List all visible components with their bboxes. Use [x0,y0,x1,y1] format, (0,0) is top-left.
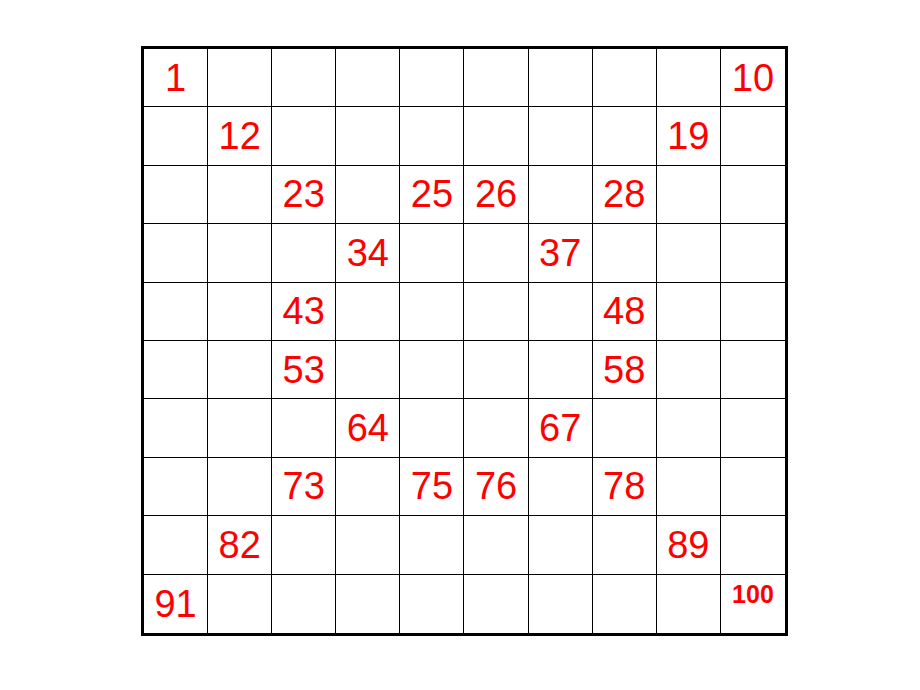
cell-r5c5 [400,283,464,341]
cell-r10c1: 91 [144,575,208,633]
cell-r9c3 [272,516,336,574]
cell-r1c1: 1 [144,49,208,107]
cell-r8c5: 75 [400,458,464,516]
cell-r8c2 [208,458,272,516]
cell-r2c7 [529,107,593,165]
cell-r3c10 [721,166,785,224]
cell-r4c5 [400,224,464,282]
cell-r3c7 [529,166,593,224]
cell-r4c6 [464,224,528,282]
cell-r2c10 [721,107,785,165]
cell-r6c5 [400,341,464,399]
cell-r5c10 [721,283,785,341]
cell-r5c9 [657,283,721,341]
cell-r10c9 [657,575,721,633]
cell-r5c3: 43 [272,283,336,341]
cell-r4c9 [657,224,721,282]
cell-r3c8: 28 [593,166,657,224]
cell-r5c1 [144,283,208,341]
cell-r7c6 [464,399,528,457]
cell-r10c6 [464,575,528,633]
cell-r3c1 [144,166,208,224]
page: 1101219232526283437434853586467737576788… [0,0,920,690]
cell-r9c5 [400,516,464,574]
cell-r2c9: 19 [657,107,721,165]
cell-r9c1 [144,516,208,574]
cell-r10c8 [593,575,657,633]
cell-r1c3 [272,49,336,107]
cell-r4c1 [144,224,208,282]
cell-r9c2: 82 [208,516,272,574]
cell-r9c8 [593,516,657,574]
cell-r7c3 [272,399,336,457]
cell-r9c7 [529,516,593,574]
cell-r1c5 [400,49,464,107]
cell-r7c8 [593,399,657,457]
cell-r10c3 [272,575,336,633]
board: 1101219232526283437434853586467737576788… [141,46,788,636]
cell-r3c2 [208,166,272,224]
cell-r1c7 [529,49,593,107]
cell-r6c10 [721,341,785,399]
cell-r5c8: 48 [593,283,657,341]
cell-r10c4 [336,575,400,633]
cell-r8c7 [529,458,593,516]
cell-r8c8: 78 [593,458,657,516]
cell-r2c4 [336,107,400,165]
cell-r2c8 [593,107,657,165]
cell-r2c5 [400,107,464,165]
cell-r4c7: 37 [529,224,593,282]
cell-r10c5 [400,575,464,633]
cell-r1c10: 10 [721,49,785,107]
cell-r1c2 [208,49,272,107]
cell-r1c4 [336,49,400,107]
cell-r7c4: 64 [336,399,400,457]
cell-r5c7 [529,283,593,341]
cell-r7c7: 67 [529,399,593,457]
cell-r10c10: 100 [721,566,785,624]
cell-r4c4: 34 [336,224,400,282]
cell-r3c5: 25 [400,166,464,224]
cell-r7c1 [144,399,208,457]
cell-r9c9: 89 [657,516,721,574]
cell-r3c9 [657,166,721,224]
cell-r1c8 [593,49,657,107]
cell-r2c1 [144,107,208,165]
cell-r3c4 [336,166,400,224]
cell-r3c3: 23 [272,166,336,224]
cell-r6c9 [657,341,721,399]
cell-r6c2 [208,341,272,399]
cell-r7c2 [208,399,272,457]
cell-r8c4 [336,458,400,516]
cell-r9c4 [336,516,400,574]
cell-r2c2: 12 [208,107,272,165]
cell-r1c6 [464,49,528,107]
cell-r8c3: 73 [272,458,336,516]
cell-r7c5 [400,399,464,457]
cell-r3c6: 26 [464,166,528,224]
cell-r10c7 [529,575,593,633]
cell-r2c6 [464,107,528,165]
cell-r4c8 [593,224,657,282]
cell-r8c6: 76 [464,458,528,516]
cell-r4c2 [208,224,272,282]
cell-r6c4 [336,341,400,399]
cell-r8c1 [144,458,208,516]
cell-r5c6 [464,283,528,341]
cell-r4c3 [272,224,336,282]
cell-r2c3 [272,107,336,165]
cell-r6c1 [144,341,208,399]
cell-r1c9 [657,49,721,107]
cell-r4c10 [721,224,785,282]
cell-r6c7 [529,341,593,399]
cell-r5c2 [208,283,272,341]
cell-r8c9 [657,458,721,516]
cell-r6c8: 58 [593,341,657,399]
cell-r5c4 [336,283,400,341]
cell-r7c9 [657,399,721,457]
cell-r7c10 [721,399,785,457]
cell-r9c6 [464,516,528,574]
cell-r6c3: 53 [272,341,336,399]
cell-r6c6 [464,341,528,399]
cell-r8c10 [721,458,785,516]
cell-r10c2 [208,575,272,633]
